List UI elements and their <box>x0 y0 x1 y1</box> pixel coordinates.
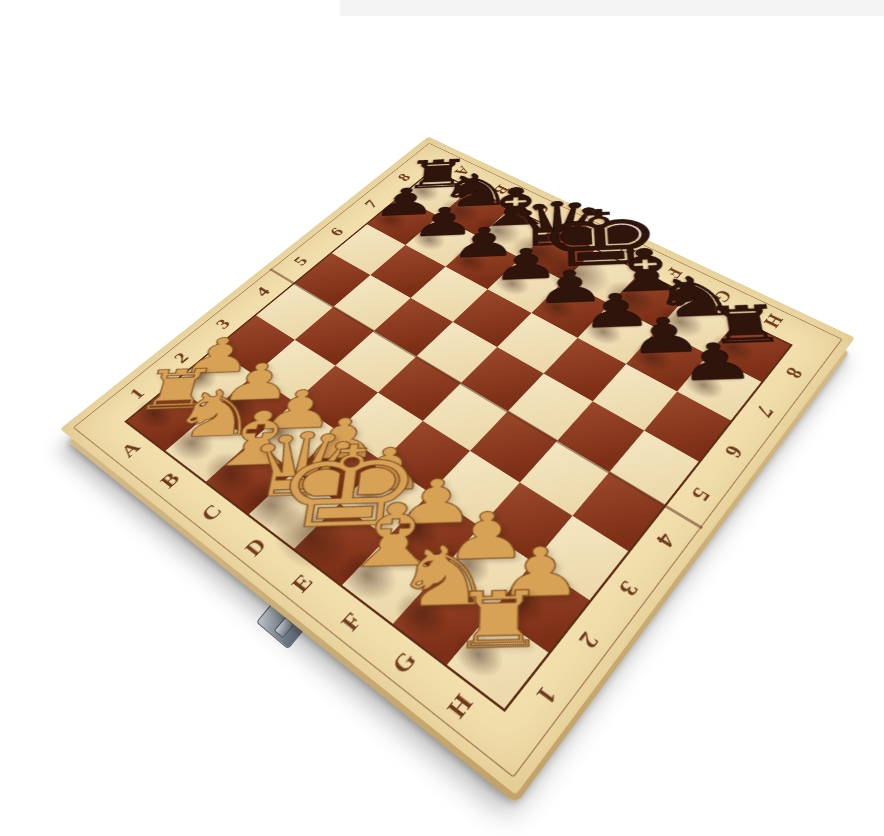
square-e2[interactable] <box>340 461 430 538</box>
file-label-near-g: G <box>387 647 421 678</box>
rank-label-right-7: 7 <box>752 402 778 420</box>
chess-board: AABBCCDDEEFFGGHH1122334455667788 ♜♞♝♛♚♝♞… <box>60 137 855 796</box>
square-g5[interactable] <box>557 401 644 472</box>
square-f1[interactable] <box>342 538 438 624</box>
piece-shadow <box>244 483 378 598</box>
square-f2[interactable] <box>387 493 480 574</box>
square-h4[interactable] <box>572 472 664 551</box>
square-h1[interactable] <box>447 612 548 709</box>
piece-white-pawn-g2[interactable]: ♟ <box>394 501 578 570</box>
piece-shadow <box>382 500 454 560</box>
square-h3[interactable] <box>533 516 628 600</box>
rank-label-right-3: 3 <box>614 576 643 600</box>
square-g1[interactable] <box>393 574 492 665</box>
file-label-near-b: B <box>156 469 183 491</box>
piece-white-pawn-h2[interactable]: ♟ <box>446 536 636 609</box>
piece-black-pawn-h7[interactable]: ♟ <box>633 334 802 390</box>
square-f5[interactable] <box>508 373 593 440</box>
photo-backdrop-strip <box>340 0 884 16</box>
product-photo-page: AABBCCDDEEFFGGHH1122334455667788 ♜♞♝♛♚♝♞… <box>0 0 884 836</box>
square-d1[interactable] <box>249 471 340 548</box>
square-g4[interactable] <box>520 441 610 516</box>
piece-shadow <box>375 574 468 657</box>
piece-white-pawn-f2[interactable]: ♟ <box>345 468 524 534</box>
piece-white-knight-g1[interactable]: ♞ <box>348 533 537 620</box>
square-h5[interactable] <box>609 431 698 505</box>
file-label-near-e: E <box>287 570 317 596</box>
file-label-near-h: H <box>442 689 477 722</box>
rank-label-right-5: 5 <box>687 484 715 505</box>
square-h6[interactable] <box>644 392 731 462</box>
board-frame: AABBCCDDEEFFGGHH1122334455667788 ♜♞♝♛♚♝♞… <box>60 137 855 796</box>
piece-white-rook-h1[interactable]: ♜ <box>400 579 596 661</box>
file-label-near-d: D <box>240 534 270 560</box>
rank-label-right-2: 2 <box>574 627 604 652</box>
square-e1[interactable] <box>294 504 387 586</box>
piece-shadow <box>485 570 562 638</box>
piece-shadow <box>318 533 418 620</box>
rank-label-right-4: 4 <box>652 529 680 551</box>
square-g3[interactable] <box>480 482 572 562</box>
rank-label-right-6: 6 <box>720 442 747 461</box>
piece-shadow <box>432 534 506 598</box>
file-label-near-c: C <box>197 500 226 524</box>
piece-shadow <box>334 468 404 525</box>
rank-label-right-1: 1 <box>532 681 563 708</box>
piece-white-bishop-f1[interactable]: ♝ <box>299 490 485 582</box>
square-g2[interactable] <box>438 527 533 612</box>
piece-shadow <box>436 617 521 695</box>
square-f3[interactable] <box>430 451 520 527</box>
square-f4[interactable] <box>470 411 557 482</box>
file-label-near-a: A <box>117 438 144 460</box>
square-h2[interactable] <box>491 562 589 652</box>
file-label-near-f: F <box>336 608 366 634</box>
